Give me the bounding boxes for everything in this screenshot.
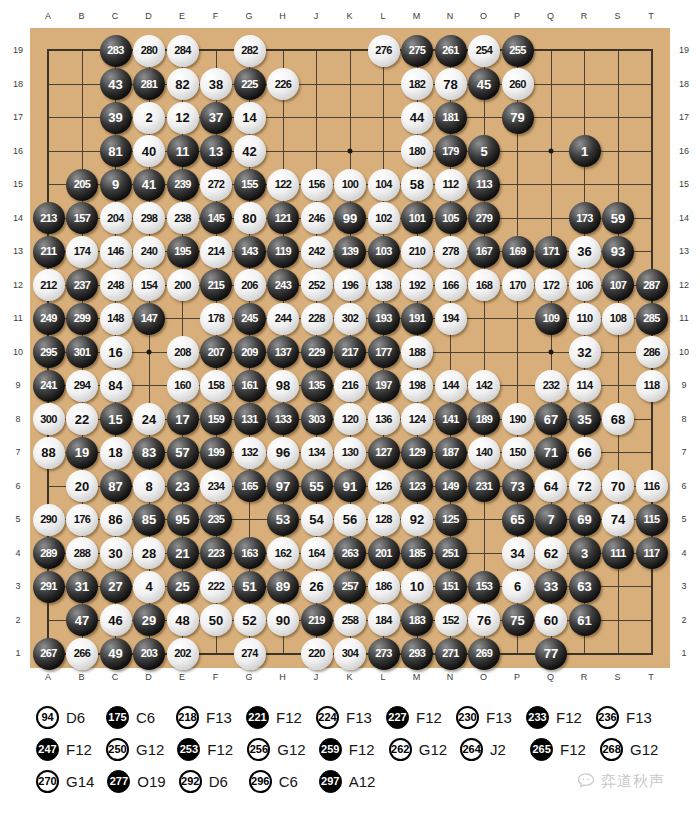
column-label-top: K xyxy=(341,11,359,21)
capture-entry: 292D6 xyxy=(179,770,236,793)
row-label-left: 11 xyxy=(8,313,28,323)
column-label-top: J xyxy=(307,11,325,21)
row-label-left: 5 xyxy=(8,514,28,524)
capture-list-row: 270G14277O19292D6296C6297A12 xyxy=(36,765,389,797)
capture-coordinate: G14 xyxy=(66,773,94,790)
row-label-right: 5 xyxy=(674,514,694,524)
column-label-top: H xyxy=(274,11,292,21)
capture-coordinate: F13 xyxy=(346,709,373,726)
capture-entry: 227F12 xyxy=(386,706,443,729)
capture-entry: 230F13 xyxy=(456,706,513,729)
column-label-top: B xyxy=(73,11,91,21)
capture-entry: 233F12 xyxy=(526,706,583,729)
capture-coordinate: A12 xyxy=(349,773,376,790)
row-label-left: 18 xyxy=(8,79,28,89)
capture-move-number: 236 xyxy=(596,706,619,729)
capture-move-number: 247 xyxy=(36,738,59,761)
capture-coordinate: F12 xyxy=(349,741,376,758)
column-label-bottom: Q xyxy=(542,672,560,682)
row-label-right: 9 xyxy=(674,380,694,390)
column-label-bottom: L xyxy=(374,672,392,682)
watermark-text: 弈道秋声 xyxy=(601,772,665,791)
column-label-bottom: R xyxy=(575,672,593,682)
column-label-bottom: T xyxy=(642,672,660,682)
column-label-top: C xyxy=(106,11,124,21)
capture-move-number: 296 xyxy=(249,770,272,793)
capture-entry: 270G14 xyxy=(36,770,94,793)
row-label-right: 15 xyxy=(674,179,694,189)
row-label-left: 10 xyxy=(8,347,28,357)
capture-coordinate: F12 xyxy=(560,741,587,758)
column-label-bottom: D xyxy=(140,672,158,682)
row-label-left: 19 xyxy=(8,45,28,55)
capture-entry: 277O19 xyxy=(107,770,165,793)
row-label-right: 3 xyxy=(674,581,694,591)
column-label-bottom: B xyxy=(73,672,91,682)
capture-move-number: 277 xyxy=(107,770,130,793)
row-label-left: 12 xyxy=(8,280,28,290)
capture-move-number: 230 xyxy=(456,706,479,729)
capture-coordinate: F12 xyxy=(207,741,234,758)
row-label-left: 14 xyxy=(8,213,28,223)
capture-move-number: 292 xyxy=(179,770,202,793)
capture-coordinate: G12 xyxy=(419,741,447,758)
row-label-right: 11 xyxy=(674,313,694,323)
row-label-left: 9 xyxy=(8,380,28,390)
capture-coordinate: G12 xyxy=(630,741,658,758)
capture-coordinate: J2 xyxy=(490,741,517,758)
capture-move-number: 265 xyxy=(530,738,553,761)
capture-entry: 256G12 xyxy=(247,738,305,761)
row-label-right: 1 xyxy=(674,648,694,658)
watermark-logo-icon xyxy=(576,771,596,791)
row-label-right: 7 xyxy=(674,447,694,457)
column-label-bottom: J xyxy=(307,672,325,682)
capture-entry: 262G12 xyxy=(389,738,447,761)
capture-coordinate: D6 xyxy=(66,709,93,726)
capture-entry: 247F12 xyxy=(36,738,93,761)
capture-move-number: 250 xyxy=(106,738,129,761)
column-label-bottom: C xyxy=(106,672,124,682)
column-label-top: O xyxy=(475,11,493,21)
capture-move-number: 259 xyxy=(319,738,342,761)
capture-move-number: 264 xyxy=(460,738,483,761)
column-label-top: G xyxy=(240,11,258,21)
row-label-left: 2 xyxy=(8,615,28,625)
column-label-bottom: E xyxy=(173,672,191,682)
row-label-right: 19 xyxy=(674,45,694,55)
capture-entry: 264J2 xyxy=(460,738,517,761)
column-label-bottom: P xyxy=(508,672,526,682)
column-label-top: L xyxy=(374,11,392,21)
capture-entry: 236F13 xyxy=(596,706,653,729)
column-label-top: Q xyxy=(542,11,560,21)
column-label-top: S xyxy=(609,11,627,21)
capture-coordinate: G12 xyxy=(136,741,164,758)
row-label-left: 13 xyxy=(8,246,28,256)
capture-move-number: 233 xyxy=(526,706,549,729)
row-label-left: 7 xyxy=(8,447,28,457)
capture-move-number: 221 xyxy=(246,706,269,729)
column-label-bottom: H xyxy=(274,672,292,682)
column-label-bottom: F xyxy=(207,672,225,682)
capture-move-number: 227 xyxy=(386,706,409,729)
capture-coordinate: O19 xyxy=(137,773,165,790)
capture-coordinate: F12 xyxy=(276,709,303,726)
capture-list-row: 94D6175C6218F13221F12224F13227F12230F132… xyxy=(36,701,666,733)
row-label-left: 3 xyxy=(8,581,28,591)
capture-move-number: 262 xyxy=(389,738,412,761)
capture-entry: 250G12 xyxy=(106,738,164,761)
row-label-left: 4 xyxy=(8,548,28,558)
capture-coordinate: F12 xyxy=(556,709,583,726)
capture-move-number: 270 xyxy=(36,770,59,793)
capture-entry: 218F13 xyxy=(176,706,233,729)
capture-coordinate: C6 xyxy=(136,709,163,726)
capture-coordinate: F13 xyxy=(206,709,233,726)
row-label-right: 16 xyxy=(674,146,694,156)
row-label-right: 10 xyxy=(674,347,694,357)
capture-move-number: 253 xyxy=(177,738,200,761)
capture-coordinate: F12 xyxy=(416,709,443,726)
capture-move-number: 268 xyxy=(600,738,623,761)
capture-entry: 297A12 xyxy=(319,770,376,793)
watermark: 弈道秋声 xyxy=(576,771,665,791)
capture-coordinate: F13 xyxy=(626,709,653,726)
capture-move-number: 218 xyxy=(176,706,199,729)
column-label-bottom: A xyxy=(39,672,57,682)
row-label-right: 14 xyxy=(674,213,694,223)
row-label-left: 1 xyxy=(8,648,28,658)
capture-coordinate: F12 xyxy=(66,741,93,758)
capture-coordinate: F13 xyxy=(486,709,513,726)
column-label-bottom: M xyxy=(408,672,426,682)
capture-move-number: 224 xyxy=(316,706,339,729)
row-label-right: 13 xyxy=(674,246,694,256)
capture-entry: 221F12 xyxy=(246,706,303,729)
column-label-top: M xyxy=(408,11,426,21)
column-label-bottom: G xyxy=(240,672,258,682)
row-label-right: 4 xyxy=(674,548,694,558)
column-label-top: F xyxy=(207,11,225,21)
row-label-right: 2 xyxy=(674,615,694,625)
capture-move-number: 94 xyxy=(36,706,59,729)
column-label-bottom: O xyxy=(475,672,493,682)
column-label-top: A xyxy=(39,11,57,21)
capture-move-number: 256 xyxy=(247,738,270,761)
column-label-top: T xyxy=(642,11,660,21)
capture-entry: 296C6 xyxy=(249,770,306,793)
go-kifu-diagram: AABBCCDDEEFFGGHHJJKKLLMMNNOOPPQQRRSSTT19… xyxy=(0,0,700,816)
column-label-top: E xyxy=(173,11,191,21)
row-label-left: 6 xyxy=(8,481,28,491)
capture-coordinate: C6 xyxy=(279,773,306,790)
capture-move-number: 175 xyxy=(106,706,129,729)
capture-coordinate: D6 xyxy=(209,773,236,790)
column-label-bottom: S xyxy=(609,672,627,682)
goban xyxy=(30,28,670,668)
row-label-right: 12 xyxy=(674,280,694,290)
capture-entry: 224F13 xyxy=(316,706,373,729)
capture-entry: 265F12 xyxy=(530,738,587,761)
row-label-right: 8 xyxy=(674,414,694,424)
column-label-top: R xyxy=(575,11,593,21)
column-label-bottom: N xyxy=(441,672,459,682)
column-label-bottom: K xyxy=(341,672,359,682)
column-label-top: P xyxy=(508,11,526,21)
column-label-top: N xyxy=(441,11,459,21)
capture-entry: 94D6 xyxy=(36,706,93,729)
capture-entry: 253F12 xyxy=(177,738,234,761)
capture-list-row: 247F12250G12253F12256G12259F12262G12264J… xyxy=(36,733,671,765)
row-label-right: 6 xyxy=(674,481,694,491)
row-label-left: 16 xyxy=(8,146,28,156)
row-label-left: 17 xyxy=(8,112,28,122)
capture-entry: 259F12 xyxy=(319,738,376,761)
capture-entry: 175C6 xyxy=(106,706,163,729)
row-label-right: 17 xyxy=(674,112,694,122)
capture-move-number: 297 xyxy=(319,770,342,793)
capture-entry: 268G12 xyxy=(600,738,658,761)
capture-coordinate: G12 xyxy=(277,741,305,758)
column-label-top: D xyxy=(140,11,158,21)
row-label-left: 8 xyxy=(8,414,28,424)
row-label-left: 15 xyxy=(8,179,28,189)
row-label-right: 18 xyxy=(674,79,694,89)
